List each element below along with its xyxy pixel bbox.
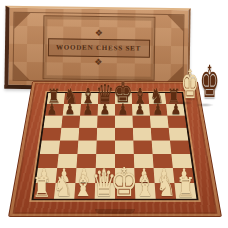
showcase-black-king: ♚ <box>200 60 220 104</box>
showcase-pieces: ♚ ♚ <box>0 0 228 228</box>
showcase-white-king: ♚ <box>181 64 199 104</box>
product-photo: ❖ WOODEN CHESS SET ❖ ♜♞♝♛♚♝♞♜♟♟♟♟♟♟♟♟♟♟♟… <box>0 0 228 228</box>
